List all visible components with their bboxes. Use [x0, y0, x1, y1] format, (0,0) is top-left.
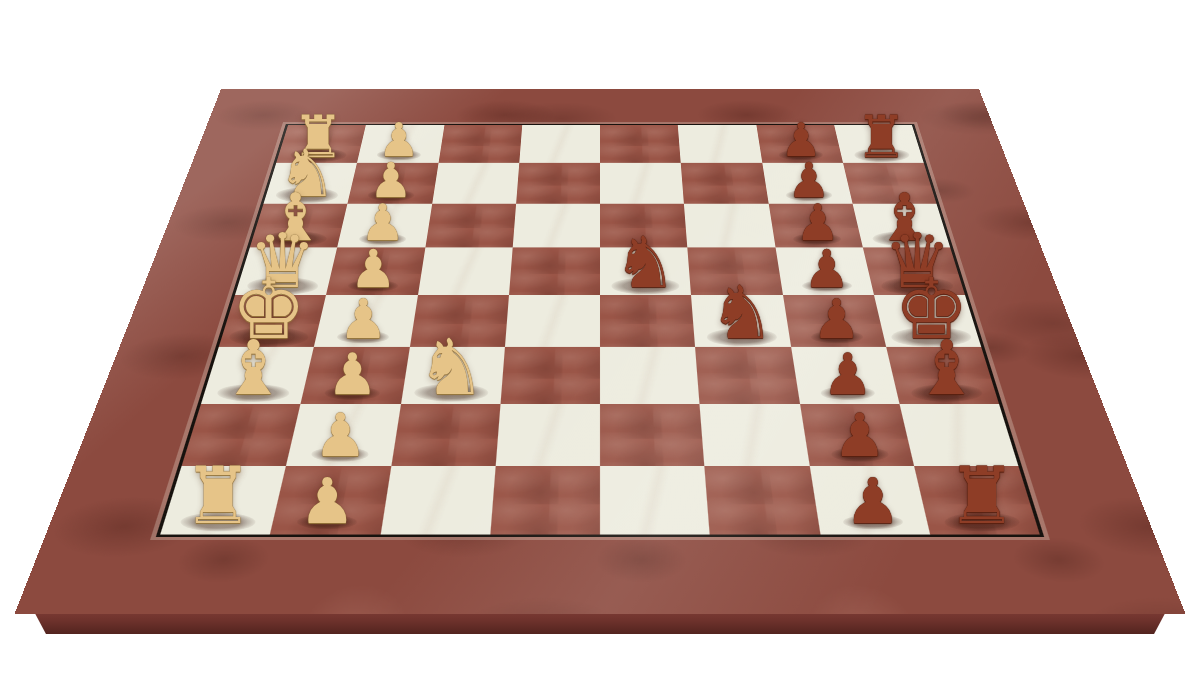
square-c4	[512, 203, 600, 247]
square-g1	[182, 404, 301, 466]
square-d5	[600, 247, 691, 295]
square-d4	[509, 247, 600, 295]
square-g8	[899, 404, 1018, 466]
square-f1	[201, 347, 314, 404]
square-b4	[516, 163, 600, 204]
product-photo-scene: ♜♞♝♛♚♝♜♟♟♟♟♟♟♟♟♞♜♝♛♚♝♜♟♟♟♟♟♟♟♟♞♞	[0, 0, 1200, 675]
square-e8	[874, 295, 981, 347]
square-e1	[219, 295, 326, 347]
square-e5	[600, 295, 695, 347]
square-e7	[783, 295, 886, 347]
square-d8	[863, 247, 965, 295]
square-a4	[519, 125, 600, 163]
square-a8	[834, 125, 924, 163]
square-f3	[401, 347, 505, 404]
square-b2	[348, 163, 438, 204]
square-g6	[700, 404, 809, 466]
square-h7	[809, 466, 930, 535]
square-g4	[495, 404, 600, 466]
square-d6	[688, 247, 783, 295]
square-c6	[684, 203, 775, 247]
square-h5	[600, 466, 710, 535]
square-a2	[357, 125, 444, 163]
square-d3	[418, 247, 513, 295]
square-e2	[314, 295, 417, 347]
square-f5	[600, 347, 700, 404]
square-c8	[852, 203, 950, 247]
square-a6	[678, 125, 762, 163]
square-g5	[600, 404, 705, 466]
square-d7	[775, 247, 874, 295]
square-b7	[762, 163, 852, 204]
square-e4	[505, 295, 600, 347]
square-a1	[276, 125, 366, 163]
square-a3	[438, 125, 522, 163]
square-c5	[600, 203, 688, 247]
square-g2	[286, 404, 400, 466]
chess-board	[15, 89, 1186, 614]
square-b3	[432, 163, 519, 204]
square-b8	[843, 163, 937, 204]
square-a7	[756, 125, 843, 163]
square-c7	[768, 203, 862, 247]
square-f8	[886, 347, 999, 404]
square-f6	[695, 347, 799, 404]
square-h4	[490, 466, 600, 535]
square-c2	[337, 203, 431, 247]
square-g3	[391, 404, 500, 466]
board-playing-area	[160, 125, 1040, 534]
square-g7	[799, 404, 913, 466]
square-b5	[600, 163, 684, 204]
square-h6	[705, 466, 820, 535]
square-f4	[500, 347, 600, 404]
square-c3	[425, 203, 516, 247]
square-b6	[681, 163, 768, 204]
square-b1	[264, 163, 358, 204]
square-f2	[301, 347, 410, 404]
square-e6	[691, 295, 790, 347]
square-h2	[270, 466, 391, 535]
square-d1	[235, 247, 337, 295]
square-h1	[160, 466, 286, 535]
square-h8	[914, 466, 1040, 535]
square-f7	[791, 347, 900, 404]
square-e3	[409, 295, 508, 347]
square-c1	[250, 203, 348, 247]
square-d2	[326, 247, 425, 295]
square-a5	[600, 125, 681, 163]
square-h3	[380, 466, 495, 535]
